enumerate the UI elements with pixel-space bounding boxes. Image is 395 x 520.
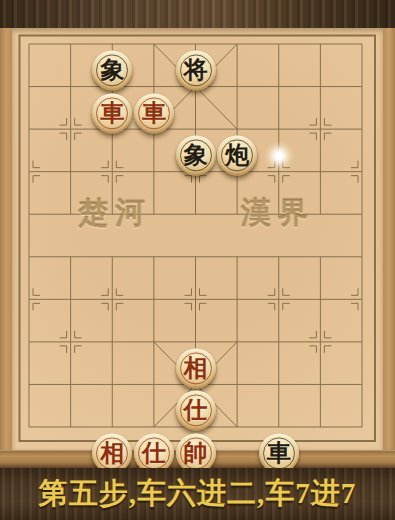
top-wood-frame [0, 0, 395, 28]
piece-glyph: 車 [142, 93, 166, 133]
piece-glyph: 象 [184, 136, 208, 176]
move-caption-text: 第五步,车六进二,车7进7 [39, 474, 357, 514]
piece-red-chariot[interactable]: 車 [92, 93, 132, 133]
piece-black-general[interactable]: 将 [176, 50, 216, 90]
move-caption-bar: 第五步,车六进二,车7进7 [0, 468, 395, 520]
river-label-han: 漢界 [218, 193, 338, 234]
piece-glyph: 将 [184, 50, 208, 90]
xiangqi-app: 楚河 漢界 象将車車象炮相仕相仕帥車 第五步,车六进二,车7进7 [0, 0, 395, 520]
piece-red-elephant[interactable]: 相 [176, 348, 216, 388]
piece-red-chariot[interactable]: 車 [134, 93, 174, 133]
piece-glyph: 炮 [225, 136, 249, 176]
piece-glyph: 車 [100, 93, 124, 133]
river-label-chu: 楚河 [55, 193, 175, 234]
last-move-sparkle [264, 141, 294, 171]
piece-glyph: 象 [100, 50, 124, 90]
piece-glyph: 相 [184, 348, 208, 388]
piece-black-elephant[interactable]: 象 [92, 50, 132, 90]
piece-black-cannon[interactable]: 炮 [217, 136, 257, 176]
piece-glyph: 仕 [184, 391, 208, 431]
piece-red-advisor[interactable]: 仕 [176, 391, 216, 431]
piece-black-elephant[interactable]: 象 [176, 136, 216, 176]
